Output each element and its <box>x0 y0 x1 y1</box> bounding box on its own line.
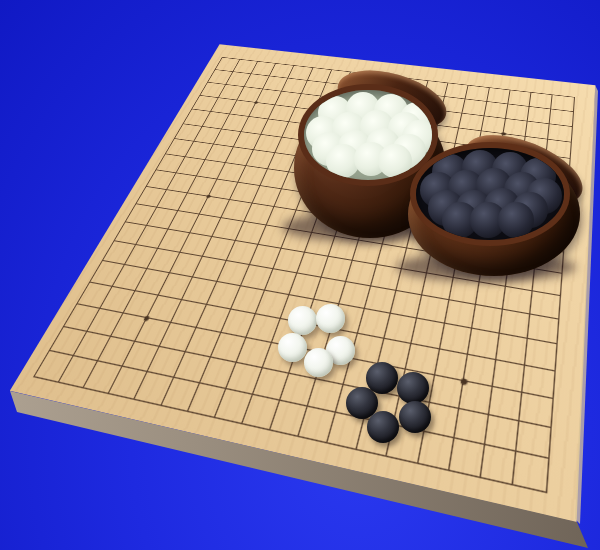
scene <box>0 0 600 550</box>
black-stone-bowl <box>408 152 580 276</box>
white-stone-heap <box>304 90 432 180</box>
black-stone-heap <box>416 148 564 240</box>
white-heap-stone <box>378 144 412 178</box>
white-stone <box>288 306 317 335</box>
black-stone <box>399 401 431 433</box>
black-heap-stone <box>498 202 534 238</box>
black-stone <box>397 372 429 404</box>
hoshi-point <box>143 316 150 322</box>
white-stone <box>316 304 345 333</box>
white-stone <box>304 348 333 377</box>
hoshi-point <box>461 379 468 386</box>
white-stone <box>278 333 307 362</box>
hoshi-point <box>253 101 258 104</box>
black-stone <box>367 411 399 443</box>
hoshi-point <box>205 195 211 199</box>
